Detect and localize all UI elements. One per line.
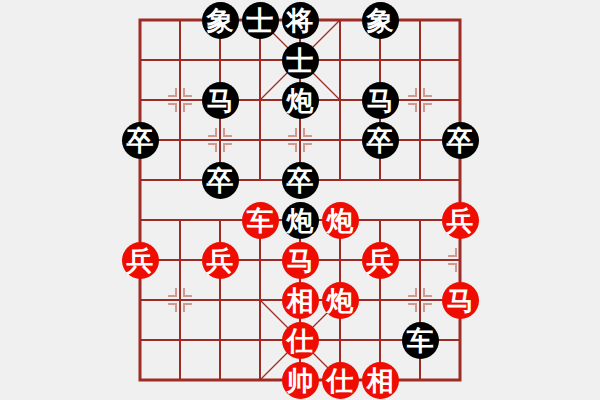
piece-red-horse[interactable]: 马	[280, 240, 320, 280]
xiangqi-board: 象士将象士马炮马卒卒卒卒卒车炮炮兵兵兵马兵相炮马仕车帅仕相	[0, 0, 600, 400]
black-cannon-glyph: 炮	[282, 202, 319, 239]
red-elephant-glyph: 相	[282, 282, 319, 319]
piece-red-elephant[interactable]: 相	[280, 280, 320, 320]
black-soldier-glyph: 卒	[282, 162, 319, 199]
piece-red-soldier[interactable]: 兵	[120, 240, 160, 280]
piece-black-soldier[interactable]: 卒	[120, 120, 160, 160]
black-soldier-glyph: 卒	[122, 122, 159, 159]
piece-black-soldier[interactable]: 卒	[440, 120, 480, 160]
piece-red-elephant[interactable]: 相	[360, 360, 400, 400]
red-chariot-glyph: 车	[242, 202, 279, 239]
piece-red-chariot[interactable]: 车	[240, 200, 280, 240]
piece-black-horse[interactable]: 马	[200, 80, 240, 120]
black-cannon-glyph: 炮	[282, 82, 319, 119]
piece-red-soldier[interactable]: 兵	[440, 200, 480, 240]
piece-red-soldier[interactable]: 兵	[360, 240, 400, 280]
black-elephant-glyph: 象	[362, 2, 399, 39]
black-soldier-glyph: 卒	[442, 122, 479, 159]
black-horse-glyph: 马	[362, 82, 399, 119]
black-horse-glyph: 马	[202, 82, 239, 119]
red-advisor-glyph: 仕	[322, 362, 359, 399]
red-general-glyph: 帅	[282, 362, 319, 399]
red-soldier-glyph: 兵	[362, 242, 399, 279]
piece-red-horse[interactable]: 马	[440, 280, 480, 320]
piece-black-elephant[interactable]: 象	[360, 0, 400, 40]
red-elephant-glyph: 相	[362, 362, 399, 399]
red-cannon-glyph: 炮	[322, 202, 359, 239]
black-general-glyph: 将	[282, 2, 319, 39]
red-cannon-glyph: 炮	[322, 282, 359, 319]
red-soldier-glyph: 兵	[202, 242, 239, 279]
piece-red-advisor[interactable]: 仕	[280, 320, 320, 360]
piece-black-soldier[interactable]: 卒	[280, 160, 320, 200]
piece-red-cannon[interactable]: 炮	[320, 200, 360, 240]
red-soldier-glyph: 兵	[122, 242, 159, 279]
piece-black-elephant[interactable]: 象	[200, 0, 240, 40]
black-elephant-glyph: 象	[202, 2, 239, 39]
black-soldier-glyph: 卒	[202, 162, 239, 199]
black-advisor-glyph: 士	[282, 42, 319, 79]
black-chariot-glyph: 车	[402, 322, 439, 359]
piece-black-advisor[interactable]: 士	[240, 0, 280, 40]
red-horse-glyph: 马	[282, 242, 319, 279]
piece-red-soldier[interactable]: 兵	[200, 240, 240, 280]
piece-black-advisor[interactable]: 士	[280, 40, 320, 80]
piece-black-cannon[interactable]: 炮	[280, 80, 320, 120]
piece-black-soldier[interactable]: 卒	[360, 120, 400, 160]
black-advisor-glyph: 士	[242, 2, 279, 39]
red-soldier-glyph: 兵	[442, 202, 479, 239]
black-soldier-glyph: 卒	[362, 122, 399, 159]
piece-red-general[interactable]: 帅	[280, 360, 320, 400]
piece-black-general[interactable]: 将	[280, 0, 320, 40]
piece-black-horse[interactable]: 马	[360, 80, 400, 120]
piece-black-chariot[interactable]: 车	[400, 320, 440, 360]
piece-black-soldier[interactable]: 卒	[200, 160, 240, 200]
pieces-layer: 象士将象士马炮马卒卒卒卒卒车炮炮兵兵兵马兵相炮马仕车帅仕相	[120, 0, 480, 400]
piece-red-cannon[interactable]: 炮	[320, 280, 360, 320]
piece-red-advisor[interactable]: 仕	[320, 360, 360, 400]
piece-black-cannon[interactable]: 炮	[280, 200, 320, 240]
red-advisor-glyph: 仕	[282, 322, 319, 359]
red-horse-glyph: 马	[442, 282, 479, 319]
